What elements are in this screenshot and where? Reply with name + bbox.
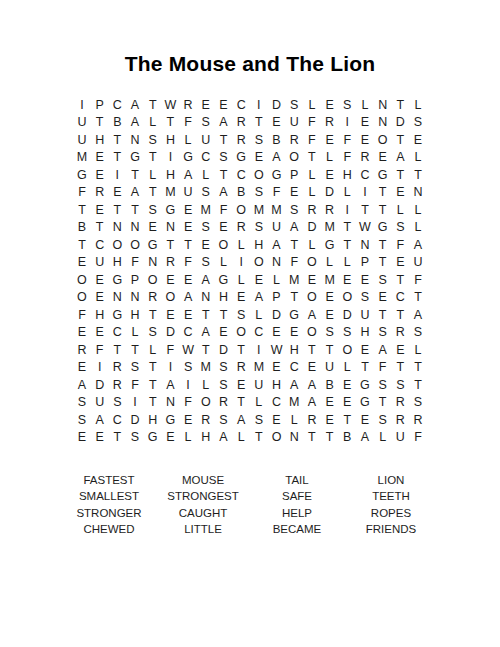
grid-cell-r15c12: W: [268, 341, 286, 359]
grid-cell-r10c17: P: [356, 254, 374, 272]
grid-cell-r14c7: C: [179, 324, 197, 342]
grid-cell-r10c7: F: [179, 254, 197, 272]
grid-cell-r3c14: F: [303, 131, 321, 149]
grid-cell-r20c19: U: [392, 429, 410, 447]
grid-cell-r20c12: O: [268, 429, 286, 447]
grid-cell-r7c20: L: [409, 201, 427, 219]
grid-cell-r6c4: A: [126, 184, 144, 202]
grid-cell-r14c1: E: [73, 324, 91, 342]
grid-cell-r8c1: B: [73, 219, 91, 237]
grid-cell-r7c2: E: [91, 201, 109, 219]
grid-cell-r10c1: E: [73, 254, 91, 272]
grid-cell-r14c10: O: [232, 324, 250, 342]
grid-cell-r14c9: E: [215, 324, 233, 342]
grid-cell-r17c6: A: [162, 376, 180, 394]
grid-cell-r18c1: S: [73, 394, 91, 412]
grid-cell-r13c2: H: [91, 306, 109, 324]
grid-cell-r2c20: S: [409, 114, 427, 132]
grid-cell-r18c11: L: [250, 394, 268, 412]
grid-cell-r20c3: T: [109, 429, 127, 447]
grid-cell-r11c2: E: [91, 271, 109, 289]
grid-cell-r9c14: L: [303, 236, 321, 254]
grid-cell-r7c15: R: [321, 201, 339, 219]
grid-cell-r19c5: H: [144, 411, 162, 429]
grid-cell-r3c15: E: [321, 131, 339, 149]
grid-cell-r3c11: S: [250, 131, 268, 149]
grid-cell-r11c19: T: [392, 271, 410, 289]
grid-cell-r8c10: R: [232, 219, 250, 237]
grid-cell-r9c12: A: [268, 236, 286, 254]
grid-cell-r15c6: F: [162, 341, 180, 359]
grid-cell-r1c1: I: [73, 96, 91, 114]
grid-cell-r15c18: A: [374, 341, 392, 359]
grid-cell-r5c17: C: [356, 166, 374, 184]
grid-cell-r11c11: E: [250, 271, 268, 289]
letter-grid: IPCATWREECIDSLESLNTLUTBALTFSARTEUFRIENDS…: [73, 96, 427, 446]
grid-cell-r4c15: L: [321, 149, 339, 167]
word-list: FASTESTMOUSETAILLIONSMALLESTSTRONGESTSAF…: [62, 472, 438, 537]
grid-cell-r9c17: N: [356, 236, 374, 254]
grid-cell-r10c8: S: [197, 254, 215, 272]
grid-cell-r13c16: D: [338, 306, 356, 324]
grid-cell-r3c17: E: [356, 131, 374, 149]
grid-cell-r9c9: O: [215, 236, 233, 254]
word-mouse: MOUSE: [156, 472, 250, 488]
grid-cell-r2c16: I: [338, 114, 356, 132]
grid-cell-r8c3: N: [109, 219, 127, 237]
grid-cell-r15c2: F: [91, 341, 109, 359]
grid-cell-r17c12: H: [268, 376, 286, 394]
grid-cell-r13c3: G: [109, 306, 127, 324]
grid-cell-r18c20: S: [409, 394, 427, 412]
grid-cell-r13c18: T: [374, 306, 392, 324]
grid-cell-r8c20: L: [409, 219, 427, 237]
grid-cell-r19c2: A: [91, 411, 109, 429]
grid-cell-r5c12: G: [268, 166, 286, 184]
grid-cell-r2c15: R: [321, 114, 339, 132]
grid-cell-r16c2: I: [91, 359, 109, 377]
grid-cell-r10c19: E: [392, 254, 410, 272]
grid-cell-r6c16: L: [338, 184, 356, 202]
grid-cell-r6c5: T: [144, 184, 162, 202]
grid-cell-r3c19: T: [392, 131, 410, 149]
grid-cell-r8c15: M: [321, 219, 339, 237]
grid-cell-r9c20: A: [409, 236, 427, 254]
grid-cell-r15c15: T: [321, 341, 339, 359]
grid-cell-r4c6: I: [162, 149, 180, 167]
grid-cell-r16c13: C: [285, 359, 303, 377]
grid-cell-r13c10: S: [232, 306, 250, 324]
grid-cell-r11c7: E: [179, 271, 197, 289]
grid-cell-r5c3: I: [109, 166, 127, 184]
grid-cell-r6c2: R: [91, 184, 109, 202]
grid-cell-r13c5: T: [144, 306, 162, 324]
grid-cell-r2c8: S: [197, 114, 215, 132]
grid-cell-r9c13: T: [285, 236, 303, 254]
grid-cell-r10c13: F: [285, 254, 303, 272]
grid-cell-r5c4: T: [126, 166, 144, 184]
word-lion: LION: [344, 472, 438, 488]
grid-cell-r6c8: S: [197, 184, 215, 202]
grid-cell-r14c6: D: [162, 324, 180, 342]
grid-cell-r15c9: D: [215, 341, 233, 359]
grid-cell-r18c8: O: [197, 394, 215, 412]
grid-cell-r2c4: A: [126, 114, 144, 132]
grid-cell-r1c6: W: [162, 96, 180, 114]
grid-cell-r2c9: A: [215, 114, 233, 132]
word-smallest: SMALLEST: [62, 488, 156, 504]
grid-cell-r1c3: C: [109, 96, 127, 114]
grid-cell-r1c15: E: [321, 96, 339, 114]
grid-cell-r3c2: H: [91, 131, 109, 149]
grid-cell-r11c18: S: [374, 271, 392, 289]
word-little: LITTLE: [156, 521, 250, 537]
grid-cell-r18c19: R: [392, 394, 410, 412]
grid-cell-r8c17: W: [356, 219, 374, 237]
grid-cell-r9c16: T: [338, 236, 356, 254]
grid-cell-r1c17: L: [356, 96, 374, 114]
grid-cell-r1c11: I: [250, 96, 268, 114]
grid-cell-r2c12: E: [268, 114, 286, 132]
grid-cell-r5c13: P: [285, 166, 303, 184]
grid-cell-r6c14: L: [303, 184, 321, 202]
grid-cell-r4c14: T: [303, 149, 321, 167]
grid-cell-r7c3: T: [109, 201, 127, 219]
grid-cell-r12c18: E: [374, 289, 392, 307]
grid-cell-r3c20: E: [409, 131, 427, 149]
grid-cell-r13c1: F: [73, 306, 91, 324]
grid-cell-r16c4: S: [126, 359, 144, 377]
grid-cell-r19c14: R: [303, 411, 321, 429]
grid-cell-r3c1: U: [73, 131, 91, 149]
grid-cell-r20c14: T: [303, 429, 321, 447]
grid-cell-r6c17: I: [356, 184, 374, 202]
grid-cell-r4c18: E: [374, 149, 392, 167]
grid-cell-r12c19: C: [392, 289, 410, 307]
grid-cell-r1c20: L: [409, 96, 427, 114]
grid-cell-r13c17: U: [356, 306, 374, 324]
grid-cell-r15c4: T: [126, 341, 144, 359]
grid-cell-r2c17: E: [356, 114, 374, 132]
grid-cell-r7c1: T: [73, 201, 91, 219]
grid-cell-r3c12: B: [268, 131, 286, 149]
grid-cell-r20c7: L: [179, 429, 197, 447]
grid-cell-r3c4: N: [126, 131, 144, 149]
grid-cell-r13c19: T: [392, 306, 410, 324]
grid-cell-r2c11: T: [250, 114, 268, 132]
grid-cell-r5c6: H: [162, 166, 180, 184]
grid-cell-r13c4: H: [126, 306, 144, 324]
grid-cell-r2c6: T: [162, 114, 180, 132]
grid-cell-r14c15: S: [321, 324, 339, 342]
grid-cell-r4c2: E: [91, 149, 109, 167]
grid-cell-r13c9: T: [215, 306, 233, 324]
grid-cell-r19c3: C: [109, 411, 127, 429]
grid-cell-r16c10: R: [232, 359, 250, 377]
grid-cell-r19c13: L: [285, 411, 303, 429]
grid-cell-r4c16: F: [338, 149, 356, 167]
grid-cell-r6c18: T: [374, 184, 392, 202]
grid-cell-r13c20: A: [409, 306, 427, 324]
grid-cell-r18c16: E: [338, 394, 356, 412]
grid-cell-r18c6: N: [162, 394, 180, 412]
grid-cell-r4c10: G: [232, 149, 250, 167]
grid-cell-r7c19: L: [392, 201, 410, 219]
grid-cell-r9c18: T: [374, 236, 392, 254]
grid-cell-r10c6: R: [162, 254, 180, 272]
grid-cell-r17c20: T: [409, 376, 427, 394]
grid-cell-r15c11: I: [250, 341, 268, 359]
grid-cell-r10c15: L: [321, 254, 339, 272]
grid-cell-r20c13: N: [285, 429, 303, 447]
grid-cell-r5c16: H: [338, 166, 356, 184]
grid-cell-r20c18: L: [374, 429, 392, 447]
grid-cell-r4c12: A: [268, 149, 286, 167]
grid-cell-r9c19: F: [392, 236, 410, 254]
grid-cell-r11c6: E: [162, 271, 180, 289]
grid-cell-r2c14: F: [303, 114, 321, 132]
grid-cell-r15c17: E: [356, 341, 374, 359]
grid-cell-r7c14: R: [303, 201, 321, 219]
grid-cell-r20c9: A: [215, 429, 233, 447]
grid-cell-r11c4: P: [126, 271, 144, 289]
grid-cell-r8c5: E: [144, 219, 162, 237]
grid-cell-r5c20: T: [409, 166, 427, 184]
grid-cell-r6c12: F: [268, 184, 286, 202]
grid-cell-r1c14: L: [303, 96, 321, 114]
grid-cell-r7c9: F: [215, 201, 233, 219]
grid-cell-r9c5: G: [144, 236, 162, 254]
grid-cell-r2c10: R: [232, 114, 250, 132]
grid-cell-r18c18: T: [374, 394, 392, 412]
grid-cell-r5c1: G: [73, 166, 91, 184]
grid-cell-r10c4: F: [126, 254, 144, 272]
grid-cell-r1c12: D: [268, 96, 286, 114]
grid-cell-r15c14: T: [303, 341, 321, 359]
grid-cell-r15c3: T: [109, 341, 127, 359]
grid-cell-r9c7: T: [179, 236, 197, 254]
grid-cell-r16c8: M: [197, 359, 215, 377]
grid-cell-r17c1: A: [73, 376, 91, 394]
grid-cell-r14c14: O: [303, 324, 321, 342]
grid-cell-r10c5: N: [144, 254, 162, 272]
grid-cell-r4c19: A: [392, 149, 410, 167]
grid-cell-r16c14: E: [303, 359, 321, 377]
grid-cell-r6c9: A: [215, 184, 233, 202]
grid-cell-r10c3: H: [109, 254, 127, 272]
grid-cell-r16c5: T: [144, 359, 162, 377]
grid-cell-r14c20: S: [409, 324, 427, 342]
grid-cell-r5c15: E: [321, 166, 339, 184]
grid-cell-r6c13: E: [285, 184, 303, 202]
grid-cell-r7c11: M: [250, 201, 268, 219]
word-became: BECAME: [250, 521, 344, 537]
grid-cell-r19c19: R: [392, 411, 410, 429]
grid-cell-r17c10: E: [232, 376, 250, 394]
grid-cell-r13c6: E: [162, 306, 180, 324]
grid-cell-r7c18: T: [374, 201, 392, 219]
grid-cell-r18c15: E: [321, 394, 339, 412]
grid-cell-r19c6: G: [162, 411, 180, 429]
grid-cell-r17c17: G: [356, 376, 374, 394]
grid-cell-r6c20: N: [409, 184, 427, 202]
grid-cell-r9c10: L: [232, 236, 250, 254]
grid-cell-r10c18: T: [374, 254, 392, 272]
grid-cell-r11c3: G: [109, 271, 127, 289]
grid-cell-r15c1: R: [73, 341, 91, 359]
grid-cell-r19c7: E: [179, 411, 197, 429]
grid-cell-r3c10: R: [232, 131, 250, 149]
grid-cell-r11c5: O: [144, 271, 162, 289]
grid-cell-r11c9: G: [215, 271, 233, 289]
grid-cell-r7c8: M: [197, 201, 215, 219]
puzzle-title: The Mouse and The Lion: [0, 0, 500, 76]
grid-cell-r8c9: E: [215, 219, 233, 237]
grid-cell-r16c1: E: [73, 359, 91, 377]
grid-cell-r8c2: T: [91, 219, 109, 237]
grid-cell-r6c10: B: [232, 184, 250, 202]
grid-cell-r6c7: U: [179, 184, 197, 202]
grid-cell-r1c13: S: [285, 96, 303, 114]
grid-cell-r4c8: C: [197, 149, 215, 167]
grid-cell-r8c8: S: [197, 219, 215, 237]
grid-cell-r14c13: E: [285, 324, 303, 342]
grid-cell-r14c3: C: [109, 324, 127, 342]
grid-cell-r5c10: C: [232, 166, 250, 184]
grid-cell-r19c4: D: [126, 411, 144, 429]
grid-cell-r10c12: N: [268, 254, 286, 272]
grid-cell-r5c19: T: [392, 166, 410, 184]
grid-cell-r6c6: M: [162, 184, 180, 202]
grid-cell-r12c16: O: [338, 289, 356, 307]
grid-cell-r6c15: D: [321, 184, 339, 202]
grid-cell-r8c6: N: [162, 219, 180, 237]
grid-cell-r19c8: R: [197, 411, 215, 429]
grid-cell-r15c7: W: [179, 341, 197, 359]
grid-cell-r17c3: R: [109, 376, 127, 394]
word-teeth: TEETH: [344, 488, 438, 504]
grid-cell-r4c4: G: [126, 149, 144, 167]
grid-cell-r15c10: T: [232, 341, 250, 359]
grid-cell-r17c14: A: [303, 376, 321, 394]
grid-cell-r7c5: S: [144, 201, 162, 219]
grid-cell-r16c7: S: [179, 359, 197, 377]
grid-cell-r17c18: S: [374, 376, 392, 394]
grid-cell-r14c16: S: [338, 324, 356, 342]
grid-cell-r18c13: M: [285, 394, 303, 412]
grid-cell-r11c20: F: [409, 271, 427, 289]
grid-cell-r20c15: T: [321, 429, 339, 447]
grid-cell-r16c12: E: [268, 359, 286, 377]
grid-cell-r9c4: O: [126, 236, 144, 254]
grid-cell-r14c19: R: [392, 324, 410, 342]
word-stronger: STRONGER: [62, 505, 156, 521]
grid-cell-r11c16: E: [338, 271, 356, 289]
grid-cell-r1c19: T: [392, 96, 410, 114]
grid-cell-r20c20: F: [409, 429, 427, 447]
grid-cell-r7c17: T: [356, 201, 374, 219]
grid-cell-r12c13: T: [285, 289, 303, 307]
grid-cell-r16c3: R: [109, 359, 127, 377]
grid-cell-r19c12: E: [268, 411, 286, 429]
grid-cell-r15c20: L: [409, 341, 427, 359]
grid-cell-r13c15: E: [321, 306, 339, 324]
grid-cell-r19c20: R: [409, 411, 427, 429]
grid-cell-r18c17: G: [356, 394, 374, 412]
grid-cell-r4c13: O: [285, 149, 303, 167]
grid-cell-r11c10: L: [232, 271, 250, 289]
grid-cell-r9c6: T: [162, 236, 180, 254]
grid-cell-r1c10: C: [232, 96, 250, 114]
grid-cell-r17c7: I: [179, 376, 197, 394]
grid-cell-r1c16: S: [338, 96, 356, 114]
grid-cell-r9c15: G: [321, 236, 339, 254]
grid-cell-r20c1: E: [73, 429, 91, 447]
grid-cell-r12c10: E: [232, 289, 250, 307]
grid-cell-r10c10: I: [232, 254, 250, 272]
grid-cell-r1c9: E: [215, 96, 233, 114]
grid-cell-r1c2: P: [91, 96, 109, 114]
grid-cell-r11c8: A: [197, 271, 215, 289]
grid-cell-r20c16: B: [338, 429, 356, 447]
grid-cell-r10c20: U: [409, 254, 427, 272]
grid-cell-r15c5: L: [144, 341, 162, 359]
grid-cell-r14c12: E: [268, 324, 286, 342]
grid-cell-r8c19: S: [392, 219, 410, 237]
word-fastest: FASTEST: [62, 472, 156, 488]
grid-cell-r3c5: S: [144, 131, 162, 149]
grid-cell-r16c9: S: [215, 359, 233, 377]
grid-cell-r10c14: O: [303, 254, 321, 272]
grid-cell-r16c18: F: [374, 359, 392, 377]
grid-cell-r7c10: O: [232, 201, 250, 219]
grid-cell-r17c8: L: [197, 376, 215, 394]
grid-cell-r14c2: E: [91, 324, 109, 342]
grid-cell-r12c1: O: [73, 289, 91, 307]
grid-cell-r12c7: A: [179, 289, 197, 307]
grid-cell-r3c6: H: [162, 131, 180, 149]
grid-cell-r3c8: U: [197, 131, 215, 149]
grid-cell-r2c1: U: [73, 114, 91, 132]
grid-cell-r14c11: C: [250, 324, 268, 342]
grid-cell-r2c7: F: [179, 114, 197, 132]
grid-cell-r18c14: A: [303, 394, 321, 412]
grid-cell-r7c4: T: [126, 201, 144, 219]
grid-cell-r15c13: H: [285, 341, 303, 359]
grid-cell-r8c12: U: [268, 219, 286, 237]
grid-cell-r18c7: F: [179, 394, 197, 412]
grid-cell-r16c11: M: [250, 359, 268, 377]
grid-cell-r12c14: O: [303, 289, 321, 307]
word-help: HELP: [250, 505, 344, 521]
grid-cell-r9c8: E: [197, 236, 215, 254]
grid-cell-r6c19: E: [392, 184, 410, 202]
grid-cell-r10c9: L: [215, 254, 233, 272]
puzzle-page: The Mouse and The Lion IPCATWREECIDSLESL…: [0, 0, 500, 647]
grid-cell-r12c8: N: [197, 289, 215, 307]
word-chewed: CHEWED: [62, 521, 156, 537]
grid-cell-r13c11: L: [250, 306, 268, 324]
grid-cell-r14c4: L: [126, 324, 144, 342]
grid-cell-r14c18: S: [374, 324, 392, 342]
grid-cell-r7c7: E: [179, 201, 197, 219]
grid-cell-r8c7: E: [179, 219, 197, 237]
grid-cell-r17c15: B: [321, 376, 339, 394]
grid-cell-r7c6: G: [162, 201, 180, 219]
grid-cell-r15c16: O: [338, 341, 356, 359]
grid-cell-r19c11: S: [250, 411, 268, 429]
grid-cell-r2c3: B: [109, 114, 127, 132]
